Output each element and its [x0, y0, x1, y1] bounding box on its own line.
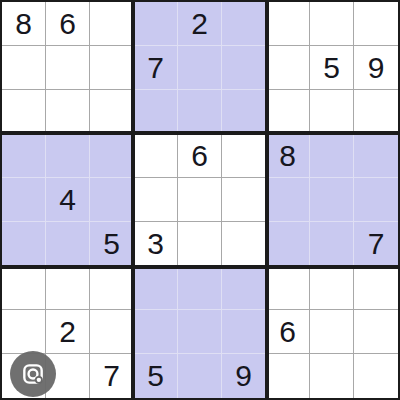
cell-r5c1[interactable] [2, 178, 46, 222]
cell-r3c6[interactable] [222, 90, 266, 134]
cell-r4c9[interactable] [354, 134, 398, 178]
cell-r3c5[interactable] [178, 90, 222, 134]
cell-r2c1[interactable] [2, 46, 46, 90]
cell-r5c6[interactable] [222, 178, 266, 222]
cell-r4c5[interactable]: 6 [178, 134, 222, 178]
cell-r7c7[interactable] [266, 266, 310, 310]
google-lens-button[interactable] [10, 351, 56, 397]
cell-r7c2[interactable] [46, 266, 90, 310]
cell-r2c6[interactable] [222, 46, 266, 90]
block-divider-horizontal-2 [0, 265, 400, 269]
cell-r6c9[interactable]: 7 [354, 222, 398, 266]
cell-r5c9[interactable] [354, 178, 398, 222]
cell-r4c7[interactable]: 8 [266, 134, 310, 178]
sudoku-board: 86275968453726759 [0, 0, 400, 400]
cell-r1c4[interactable] [134, 2, 178, 46]
cell-r1c6[interactable] [222, 2, 266, 46]
cell-r9c3[interactable]: 7 [90, 354, 134, 398]
cell-r8c2[interactable]: 2 [46, 310, 90, 354]
cell-r9c7[interactable] [266, 354, 310, 398]
cell-r8c3[interactable] [90, 310, 134, 354]
cell-r5c7[interactable] [266, 178, 310, 222]
cell-r7c3[interactable] [90, 266, 134, 310]
block-divider-horizontal-1 [0, 131, 400, 135]
block-divider-vertical-2 [265, 0, 269, 400]
cell-r6c1[interactable] [2, 222, 46, 266]
cell-r8c5[interactable] [178, 310, 222, 354]
cell-r4c1[interactable] [2, 134, 46, 178]
cell-r8c4[interactable] [134, 310, 178, 354]
cell-r8c6[interactable] [222, 310, 266, 354]
cell-r1c5[interactable]: 2 [178, 2, 222, 46]
cell-r2c5[interactable] [178, 46, 222, 90]
cell-r1c7[interactable] [266, 2, 310, 46]
cell-r1c9[interactable] [354, 2, 398, 46]
cell-r5c4[interactable] [134, 178, 178, 222]
cell-r2c8[interactable]: 5 [310, 46, 354, 90]
cell-r1c8[interactable] [310, 2, 354, 46]
cell-r6c7[interactable] [266, 222, 310, 266]
cell-r2c7[interactable] [266, 46, 310, 90]
cell-r3c3[interactable] [90, 90, 134, 134]
cell-r6c8[interactable] [310, 222, 354, 266]
cell-r9c5[interactable] [178, 354, 222, 398]
cell-r3c4[interactable] [134, 90, 178, 134]
cell-r3c9[interactable] [354, 90, 398, 134]
cell-r4c8[interactable] [310, 134, 354, 178]
cell-r8c9[interactable] [354, 310, 398, 354]
cell-r9c8[interactable] [310, 354, 354, 398]
cell-r1c1[interactable]: 8 [2, 2, 46, 46]
block-divider-vertical-1 [131, 0, 135, 400]
cell-r6c5[interactable] [178, 222, 222, 266]
cell-r4c4[interactable] [134, 134, 178, 178]
cell-r7c1[interactable] [2, 266, 46, 310]
cell-r7c6[interactable] [222, 266, 266, 310]
cell-r8c1[interactable] [2, 310, 46, 354]
cell-r5c3[interactable] [90, 178, 134, 222]
cell-r3c8[interactable] [310, 90, 354, 134]
cell-r6c6[interactable] [222, 222, 266, 266]
cell-r4c2[interactable] [46, 134, 90, 178]
sudoku-screenshot: 86275968453726759 [0, 0, 400, 400]
cell-r3c2[interactable] [46, 90, 90, 134]
cell-r8c8[interactable] [310, 310, 354, 354]
cell-r8c7[interactable]: 6 [266, 310, 310, 354]
cell-r5c2[interactable]: 4 [46, 178, 90, 222]
cell-r6c4[interactable]: 3 [134, 222, 178, 266]
cell-r7c4[interactable] [134, 266, 178, 310]
cell-r2c4[interactable]: 7 [134, 46, 178, 90]
cell-r4c6[interactable] [222, 134, 266, 178]
cell-r3c1[interactable] [2, 90, 46, 134]
cell-r1c3[interactable] [90, 2, 134, 46]
cell-r6c2[interactable] [46, 222, 90, 266]
cell-r7c5[interactable] [178, 266, 222, 310]
cell-r9c4[interactable]: 5 [134, 354, 178, 398]
cell-r5c5[interactable] [178, 178, 222, 222]
cell-r1c2[interactable]: 6 [46, 2, 90, 46]
cell-r2c2[interactable] [46, 46, 90, 90]
cell-r2c3[interactable] [90, 46, 134, 90]
cell-r6c3[interactable]: 5 [90, 222, 134, 266]
cell-r7c8[interactable] [310, 266, 354, 310]
camera-lens-icon [20, 361, 46, 387]
cell-r7c9[interactable] [354, 266, 398, 310]
cell-r2c9[interactable]: 9 [354, 46, 398, 90]
cell-r9c6[interactable]: 9 [222, 354, 266, 398]
cell-r3c7[interactable] [266, 90, 310, 134]
cell-r4c3[interactable] [90, 134, 134, 178]
cell-r9c9[interactable] [354, 354, 398, 398]
cell-r5c8[interactable] [310, 178, 354, 222]
